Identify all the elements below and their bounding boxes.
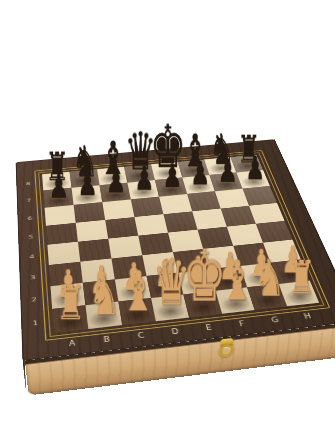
chess-set-photo: ♜♞♝♛♚♝♞♜♟♟♟♟♟♟♟♟♟♟♟♟♟♟♟♟♜♞♝♛♚♝♞♜ ABCDEFG… — [0, 0, 335, 447]
file-label-f: F — [224, 317, 260, 331]
white-rook[interactable]: ♜ — [56, 279, 85, 327]
scene: ♜♞♝♛♚♝♞♜♟♟♟♟♟♟♟♟♟♟♟♟♟♟♟♟♜♞♝♛♚♝♞♜ ABCDEFG… — [0, 0, 335, 447]
rank-label-1: 1 — [28, 310, 44, 336]
white-knight[interactable]: ♞ — [89, 270, 121, 322]
clasp-hook-icon — [218, 344, 236, 357]
black-pawn[interactable]: ♟ — [162, 159, 182, 192]
white-knight[interactable]: ♞ — [254, 253, 285, 304]
rank-label-2: 2 — [27, 287, 43, 311]
square-c1[interactable]: ♝ — [118, 298, 155, 325]
square-d1[interactable]: ♛ — [151, 294, 189, 321]
file-label-b: B — [89, 332, 125, 347]
file-label-a: A — [55, 336, 91, 351]
rank-label-7: 7 — [22, 191, 35, 209]
rank-label-4: 4 — [25, 246, 40, 268]
rank-label-5: 5 — [24, 226, 38, 246]
board-grid: ♜♞♝♛♚♝♞♜♟♟♟♟♟♟♟♟♟♟♟♟♟♟♟♟♜♞♝♛♚♝♞♜ — [42, 155, 319, 333]
black-pawn[interactable]: ♟ — [77, 167, 97, 200]
file-label-g: G — [257, 313, 294, 327]
square-b5[interactable] — [76, 220, 109, 242]
white-queen[interactable]: ♛ — [152, 251, 191, 314]
rank-label-3: 3 — [26, 266, 41, 289]
square-a6[interactable] — [45, 205, 76, 226]
black-pawn[interactable]: ♟ — [245, 152, 265, 184]
folding-chess-box: ♜♞♝♛♚♝♞♜♟♟♟♟♟♟♟♟♟♟♟♟♟♟♟♟♜♞♝♛♚♝♞♜ ABCDEFG… — [16, 139, 335, 361]
square-b7[interactable]: ♟ — [72, 185, 103, 205]
black-pawn[interactable]: ♟ — [134, 162, 154, 195]
black-pawn[interactable]: ♟ — [190, 157, 210, 190]
square-a1[interactable]: ♜ — [52, 305, 88, 333]
file-label-d: D — [157, 325, 193, 340]
brass-clasp — [214, 337, 240, 365]
file-label-h: H — [290, 309, 327, 323]
rank-label-6: 6 — [23, 208, 37, 227]
square-b1[interactable]: ♞ — [85, 302, 122, 329]
black-pawn[interactable]: ♟ — [218, 154, 238, 186]
file-label-e: E — [191, 321, 227, 335]
square-d6[interactable] — [131, 197, 164, 217]
rank-label-8: 8 — [22, 175, 35, 192]
black-pawn[interactable]: ♟ — [106, 164, 126, 197]
board-frame: ♜♞♝♛♚♝♞♜♟♟♟♟♟♟♟♟♟♟♟♟♟♟♟♟♜♞♝♛♚♝♞♜ ABCDEFG… — [16, 139, 335, 361]
white-rook[interactable]: ♜ — [287, 254, 315, 300]
square-g7[interactable]: ♟ — [209, 172, 242, 191]
square-b6[interactable] — [74, 202, 106, 223]
white-bishop[interactable]: ♝ — [121, 263, 155, 318]
file-label-c: C — [123, 328, 159, 343]
black-pawn[interactable]: ♟ — [49, 170, 69, 203]
